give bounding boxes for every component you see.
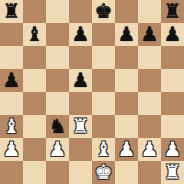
square-f2[interactable]: ♟ <box>115 138 138 161</box>
square-e3[interactable] <box>92 115 115 138</box>
piece-white-pawn[interactable]: ♟ <box>141 138 159 161</box>
square-c6[interactable] <box>46 46 69 69</box>
square-f7[interactable]: ♟ <box>115 23 138 46</box>
square-c1[interactable] <box>46 161 69 184</box>
square-e4[interactable] <box>92 92 115 115</box>
square-g7[interactable]: ♟ <box>138 23 161 46</box>
square-e5[interactable] <box>92 69 115 92</box>
square-h7[interactable]: ♟ <box>161 23 184 46</box>
chess-board: ♜♚♜♝♟♟♟♟♟♟♝♞♜♟♟♝♟♟♟♚♜ <box>0 0 184 184</box>
piece-black-pawn[interactable]: ♟ <box>3 69 21 92</box>
square-b2[interactable] <box>23 138 46 161</box>
piece-black-king[interactable]: ♚ <box>95 0 113 23</box>
piece-white-king[interactable]: ♚ <box>95 161 113 184</box>
piece-black-pawn[interactable]: ♟ <box>118 23 136 46</box>
piece-black-knight[interactable]: ♞ <box>49 115 67 138</box>
square-d8[interactable] <box>69 0 92 23</box>
piece-black-rook[interactable]: ♜ <box>164 0 182 23</box>
piece-white-rook[interactable]: ♜ <box>72 115 90 138</box>
square-d4[interactable] <box>69 92 92 115</box>
square-h8[interactable]: ♜ <box>161 0 184 23</box>
square-b5[interactable] <box>23 69 46 92</box>
square-e2[interactable]: ♝ <box>92 138 115 161</box>
piece-black-pawn[interactable]: ♟ <box>72 23 90 46</box>
square-c5[interactable] <box>46 69 69 92</box>
square-c8[interactable] <box>46 0 69 23</box>
square-d5[interactable]: ♟ <box>69 69 92 92</box>
square-g4[interactable] <box>138 92 161 115</box>
square-h1[interactable]: ♜ <box>161 161 184 184</box>
square-a5[interactable]: ♟ <box>0 69 23 92</box>
square-b6[interactable] <box>23 46 46 69</box>
piece-black-bishop[interactable]: ♝ <box>26 23 44 46</box>
square-b1[interactable] <box>23 161 46 184</box>
square-a1[interactable] <box>0 161 23 184</box>
square-g1[interactable] <box>138 161 161 184</box>
piece-white-pawn[interactable]: ♟ <box>118 138 136 161</box>
square-c3[interactable]: ♞ <box>46 115 69 138</box>
square-f4[interactable] <box>115 92 138 115</box>
square-e7[interactable] <box>92 23 115 46</box>
piece-white-pawn[interactable]: ♟ <box>3 138 21 161</box>
square-d1[interactable] <box>69 161 92 184</box>
piece-white-pawn[interactable]: ♟ <box>49 138 67 161</box>
square-d2[interactable] <box>69 138 92 161</box>
square-h4[interactable] <box>161 92 184 115</box>
piece-white-bishop[interactable]: ♝ <box>3 115 21 138</box>
square-a6[interactable] <box>0 46 23 69</box>
square-f8[interactable] <box>115 0 138 23</box>
square-b3[interactable] <box>23 115 46 138</box>
piece-black-rook[interactable]: ♜ <box>3 0 21 23</box>
square-h3[interactable] <box>161 115 184 138</box>
square-d7[interactable]: ♟ <box>69 23 92 46</box>
square-e8[interactable]: ♚ <box>92 0 115 23</box>
square-a2[interactable]: ♟ <box>0 138 23 161</box>
square-h5[interactable] <box>161 69 184 92</box>
piece-black-pawn[interactable]: ♟ <box>164 23 182 46</box>
square-g6[interactable] <box>138 46 161 69</box>
square-a4[interactable] <box>0 92 23 115</box>
square-e6[interactable] <box>92 46 115 69</box>
square-c7[interactable] <box>46 23 69 46</box>
piece-white-rook[interactable]: ♜ <box>164 161 182 184</box>
square-b4[interactable] <box>23 92 46 115</box>
square-d6[interactable] <box>69 46 92 69</box>
square-a8[interactable]: ♜ <box>0 0 23 23</box>
square-g3[interactable] <box>138 115 161 138</box>
square-g5[interactable] <box>138 69 161 92</box>
square-h2[interactable]: ♟ <box>161 138 184 161</box>
square-f5[interactable] <box>115 69 138 92</box>
square-d3[interactable]: ♜ <box>69 115 92 138</box>
square-c4[interactable] <box>46 92 69 115</box>
square-c2[interactable]: ♟ <box>46 138 69 161</box>
square-g2[interactable]: ♟ <box>138 138 161 161</box>
piece-black-pawn[interactable]: ♟ <box>72 69 90 92</box>
piece-white-bishop[interactable]: ♝ <box>95 138 113 161</box>
square-f3[interactable] <box>115 115 138 138</box>
square-e1[interactable]: ♚ <box>92 161 115 184</box>
square-a7[interactable] <box>0 23 23 46</box>
square-f1[interactable] <box>115 161 138 184</box>
square-f6[interactable] <box>115 46 138 69</box>
square-b7[interactable]: ♝ <box>23 23 46 46</box>
square-b8[interactable] <box>23 0 46 23</box>
piece-white-pawn[interactable]: ♟ <box>164 138 182 161</box>
square-g8[interactable] <box>138 0 161 23</box>
square-a3[interactable]: ♝ <box>0 115 23 138</box>
piece-black-pawn[interactable]: ♟ <box>141 23 159 46</box>
square-h6[interactable] <box>161 46 184 69</box>
